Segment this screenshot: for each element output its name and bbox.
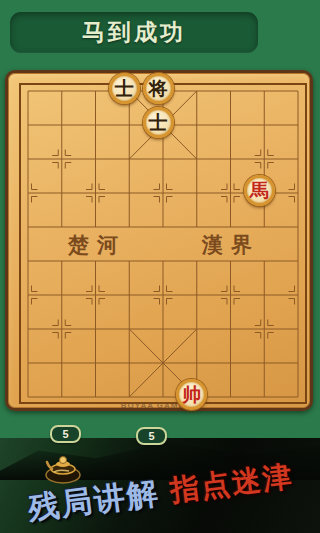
black-general[interactable]: 将 bbox=[143, 73, 174, 104]
piece-grid: 士将士馬帅 bbox=[6, 71, 310, 411]
counter-badge-2-value: 5 bbox=[148, 430, 154, 442]
counter-badge-1: 5 bbox=[50, 425, 81, 443]
promo-banner[interactable]: 残局讲解 指点迷津 bbox=[0, 438, 320, 533]
gold-teapot-icon bbox=[38, 442, 88, 486]
puzzle-title: 马到成功 bbox=[82, 17, 186, 48]
app-screen: 马到成功 楚河 漢界 BOYAA GAMES 士将士馬帅 5 5 残局讲解 指点… bbox=[0, 0, 320, 533]
puzzle-title-plate: 马到成功 bbox=[10, 12, 258, 53]
black-advisor-2[interactable]: 士 bbox=[143, 107, 174, 138]
red-horse[interactable]: 馬 bbox=[244, 175, 275, 206]
red-general[interactable]: 帅 bbox=[176, 379, 207, 410]
counter-badge-2: 5 bbox=[136, 427, 167, 445]
xiangqi-board[interactable]: 楚河 漢界 BOYAA GAMES 士将士馬帅 bbox=[5, 70, 313, 411]
black-advisor-1[interactable]: 士 bbox=[109, 73, 140, 104]
counter-badge-1-value: 5 bbox=[62, 428, 68, 440]
